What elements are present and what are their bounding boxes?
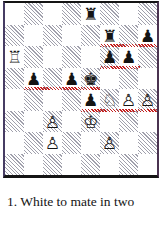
puzzle-page: ♜♜♟♖♟♟♟♟♚♟♘♙♙♙♔♙♙ 1. White to mate in tw… (0, 0, 163, 225)
square-d5: ♟ (62, 68, 81, 90)
square-f5 (100, 68, 119, 90)
piece-white-king-e3: ♔ (83, 113, 98, 130)
square-d2 (62, 132, 81, 154)
square-d8 (62, 3, 81, 25)
square-b1 (24, 154, 43, 176)
piece-white-knight-f4: ♘ (102, 92, 117, 109)
square-c5 (43, 68, 62, 90)
square-e8: ♜ (81, 3, 100, 25)
square-g3 (119, 111, 138, 133)
square-b3 (24, 111, 43, 133)
square-d4 (62, 89, 81, 111)
square-h6 (138, 46, 157, 68)
square-g8 (119, 3, 138, 25)
square-d3 (62, 111, 81, 133)
square-h8 (138, 3, 157, 25)
square-h5 (138, 68, 157, 90)
square-e3: ♔ (81, 111, 100, 133)
piece-black-pawn-g6: ♟ (121, 49, 136, 66)
square-a5 (5, 68, 24, 90)
square-c1 (43, 154, 62, 176)
square-a3 (5, 111, 24, 133)
square-h7: ♟ (138, 25, 157, 47)
piece-white-pawn-h4: ♙ (140, 92, 155, 109)
square-f4: ♘ (100, 89, 119, 111)
square-h4: ♙ (138, 89, 157, 111)
square-c7 (43, 25, 62, 47)
square-c6 (43, 46, 62, 68)
square-f7: ♜ (100, 25, 119, 47)
square-d6 (62, 46, 81, 68)
chess-board: ♜♜♟♖♟♟♟♟♚♟♘♙♙♙♔♙♙ (5, 3, 157, 175)
square-a6: ♖ (5, 46, 24, 68)
piece-black-pawn-b5: ♟ (26, 70, 41, 87)
piece-black-pawn-d5: ♟ (64, 70, 79, 87)
chess-board-frame: ♜♜♟♖♟♟♟♟♚♟♘♙♙♙♔♙♙ (3, 1, 159, 178)
piece-black-rook-e8: ♜ (83, 6, 98, 23)
piece-black-pawn-f6: ♟ (102, 49, 117, 66)
puzzle-caption: 1. White to mate in two (7, 194, 159, 210)
square-a1 (5, 154, 24, 176)
square-e2 (81, 132, 100, 154)
square-b6 (24, 46, 43, 68)
square-b5: ♟ (24, 68, 43, 90)
square-a4 (5, 89, 24, 111)
square-f3 (100, 111, 119, 133)
piece-black-king-e5: ♚ (83, 70, 98, 87)
square-e1 (81, 154, 100, 176)
square-c2: ♙ (43, 132, 62, 154)
square-c8 (43, 3, 62, 25)
piece-white-rook-a6: ♖ (7, 49, 22, 66)
square-e5: ♚ (81, 68, 100, 90)
spellcheck-squiggle-1 (100, 44, 157, 47)
square-a7 (5, 25, 24, 47)
piece-white-pawn-g4: ♙ (121, 92, 136, 109)
square-g4: ♙ (119, 89, 138, 111)
spellcheck-squiggle-3 (24, 87, 100, 90)
square-g6: ♟ (119, 46, 138, 68)
square-c3: ♙ (43, 111, 62, 133)
square-f8 (100, 3, 119, 25)
piece-black-pawn-e4: ♟ (83, 92, 98, 109)
square-d7 (62, 25, 81, 47)
square-f1 (100, 154, 119, 176)
square-f2: ♙ (100, 132, 119, 154)
square-e7 (81, 25, 100, 47)
spellcheck-squiggle-2 (100, 66, 140, 69)
square-h1 (138, 154, 157, 176)
square-a2 (5, 132, 24, 154)
square-g2 (119, 132, 138, 154)
square-e6 (81, 46, 100, 68)
piece-black-pawn-h7: ♟ (140, 27, 155, 44)
square-a8 (5, 3, 24, 25)
spellcheck-squiggle-4 (81, 109, 157, 112)
square-d1 (62, 154, 81, 176)
piece-black-rook-f7: ♜ (102, 27, 117, 44)
square-b8 (24, 3, 43, 25)
piece-white-pawn-f2: ♙ (102, 135, 117, 152)
square-e4: ♟ (81, 89, 100, 111)
square-b4 (24, 89, 43, 111)
square-c4 (43, 89, 62, 111)
square-f6: ♟ (100, 46, 119, 68)
piece-white-pawn-c2: ♙ (45, 135, 60, 152)
square-g1 (119, 154, 138, 176)
square-g5 (119, 68, 138, 90)
square-b2 (24, 132, 43, 154)
square-h2 (138, 132, 157, 154)
piece-white-pawn-c3: ♙ (45, 113, 60, 130)
square-g7 (119, 25, 138, 47)
square-h3 (138, 111, 157, 133)
square-b7 (24, 25, 43, 47)
